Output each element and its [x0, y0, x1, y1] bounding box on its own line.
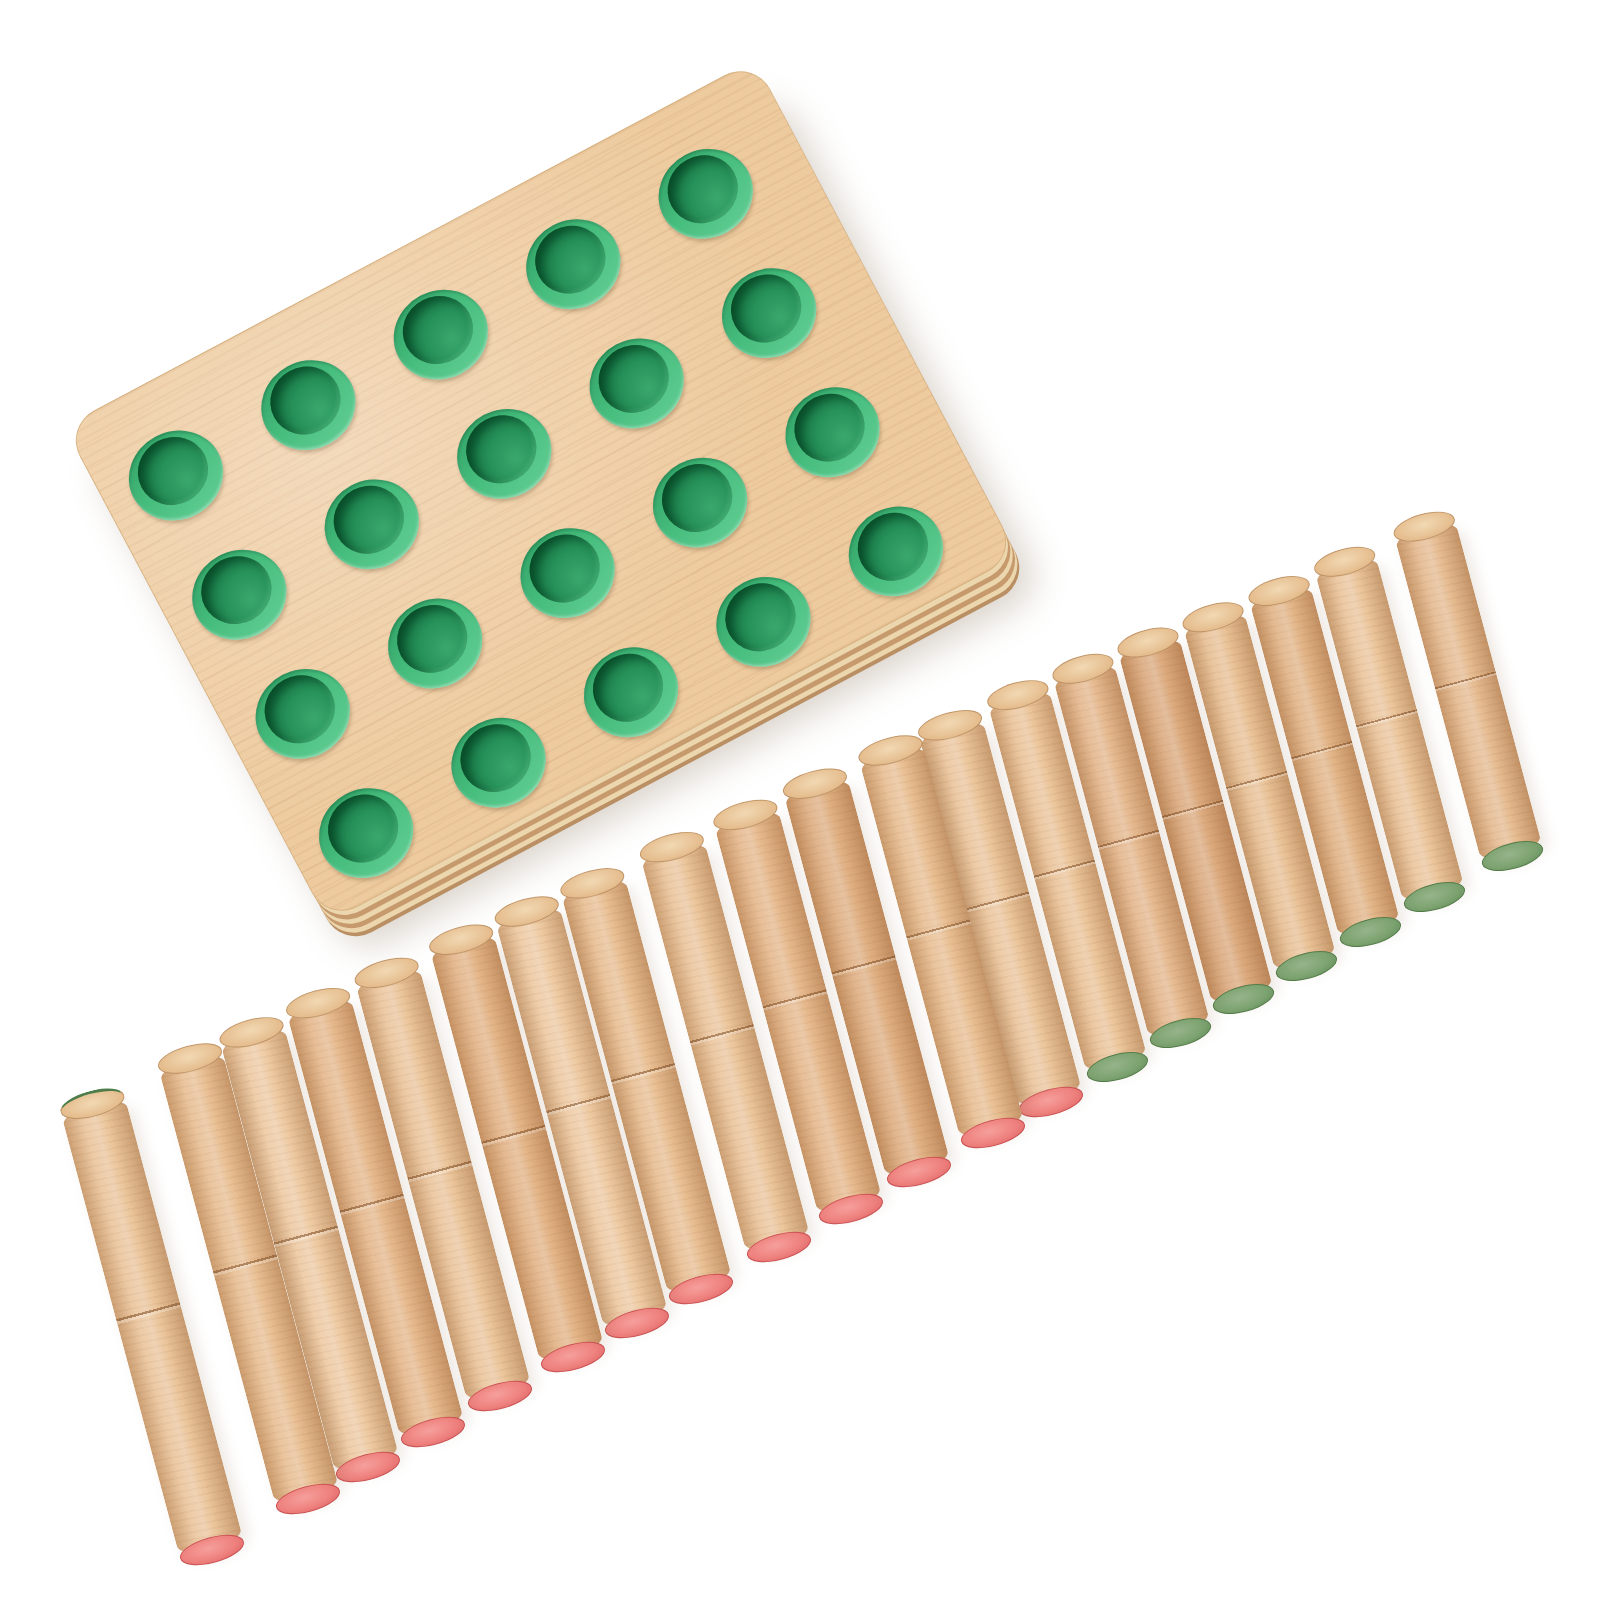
peg-top-end: [155, 1037, 225, 1079]
hole-cavity: [390, 284, 484, 376]
hole-cavity: [649, 452, 743, 544]
hole-r3c3-empty[interactable]: [504, 511, 630, 634]
peg-tip-green: [1272, 945, 1340, 986]
peg-tip-red: [177, 1529, 247, 1571]
hole-cavity: [845, 501, 939, 593]
hole-cavity: [316, 782, 410, 874]
hole-r4c1-empty[interactable]: [303, 771, 429, 894]
hole-r2c3-empty[interactable]: [441, 392, 567, 515]
hole-r4c3-empty[interactable]: [568, 630, 694, 753]
hole-cavity: [252, 663, 346, 755]
peg-top-end: [57, 1083, 127, 1125]
hole-r1c5-empty[interactable]: [643, 132, 769, 255]
hole-cavity: [719, 262, 813, 354]
hole-r3c2-empty[interactable]: [372, 582, 498, 705]
hole-r2c4-empty[interactable]: [573, 322, 699, 445]
peg-tip-red: [666, 1268, 736, 1310]
peg-tip-red: [884, 1151, 954, 1193]
hole-cavity: [782, 381, 876, 473]
hole-r1c4-empty[interactable]: [510, 202, 636, 325]
hole-cavity: [713, 571, 807, 663]
peg-top-end: [637, 826, 707, 868]
peg-top-end: [1179, 597, 1247, 638]
peg-top-end: [283, 982, 353, 1024]
peg-tip-red: [465, 1375, 535, 1417]
peg-top-end: [1049, 648, 1117, 689]
hole-cavity: [580, 641, 674, 733]
peg-top-end: [557, 862, 627, 904]
hole-r4c4-empty[interactable]: [700, 560, 826, 683]
hole-grid: [78, 99, 994, 928]
peg-tip-red: [958, 1112, 1028, 1154]
peg-tip-red: [744, 1226, 814, 1268]
hole-cavity: [655, 143, 749, 235]
hole-cavity: [454, 403, 548, 495]
peg-tip-green: [1209, 978, 1277, 1019]
hole-cavity: [448, 712, 542, 804]
hole-r2c5-empty[interactable]: [706, 251, 832, 374]
peg-top-end: [492, 890, 562, 932]
peg-tip-green: [1400, 876, 1468, 917]
peg-top-end: [351, 952, 421, 994]
peg-tip-green: [1083, 1046, 1151, 1087]
hole-r1c2-empty[interactable]: [245, 343, 371, 466]
hole-cavity: [189, 544, 283, 636]
hole-r3c5-empty[interactable]: [769, 370, 895, 493]
hole-cavity: [125, 425, 219, 517]
peg-top-end: [915, 704, 985, 746]
hole-r2c1-empty[interactable]: [176, 533, 302, 656]
hole-r2c2-empty[interactable]: [309, 462, 435, 585]
hole-cavity: [586, 333, 680, 425]
hole-r1c1-empty[interactable]: [113, 414, 239, 537]
peg-top-end: [1114, 622, 1182, 663]
hole-r4c2-empty[interactable]: [435, 701, 561, 824]
peg-top-end: [1310, 541, 1378, 582]
peg-top-end: [216, 1011, 286, 1053]
peg-top-end: [710, 794, 780, 836]
hole-r1c3-empty[interactable]: [378, 273, 504, 396]
hole-r4c5-empty[interactable]: [833, 490, 959, 613]
hole-cavity: [258, 354, 352, 446]
peg-top-end: [780, 763, 850, 805]
peg-top-end: [855, 729, 925, 771]
product-photo-scene: [0, 0, 1601, 1601]
peg-tip-green: [1336, 911, 1404, 952]
hole-cavity: [321, 473, 415, 565]
hole-cavity: [385, 593, 479, 685]
peg-top-end: [426, 919, 496, 961]
peg-tip-green: [1146, 1012, 1214, 1053]
peg-tip-red: [602, 1302, 672, 1344]
peg-tip-red: [333, 1446, 403, 1488]
hole-r3c4-empty[interactable]: [637, 441, 763, 564]
hole-cavity: [523, 213, 617, 305]
peg-tip-green: [1478, 835, 1546, 876]
peg-tip-red: [816, 1188, 886, 1230]
peg-top-end: [1245, 570, 1313, 611]
peg-top-end: [984, 674, 1052, 715]
hole-r3c1-empty[interactable]: [240, 652, 366, 775]
peg-tip-red: [1016, 1081, 1086, 1123]
peg-tip-red: [398, 1411, 468, 1453]
hole-cavity: [517, 522, 611, 614]
peg-tip-red: [538, 1336, 608, 1378]
peg-top-end: [1390, 506, 1458, 547]
peg-tip-red: [273, 1478, 343, 1520]
